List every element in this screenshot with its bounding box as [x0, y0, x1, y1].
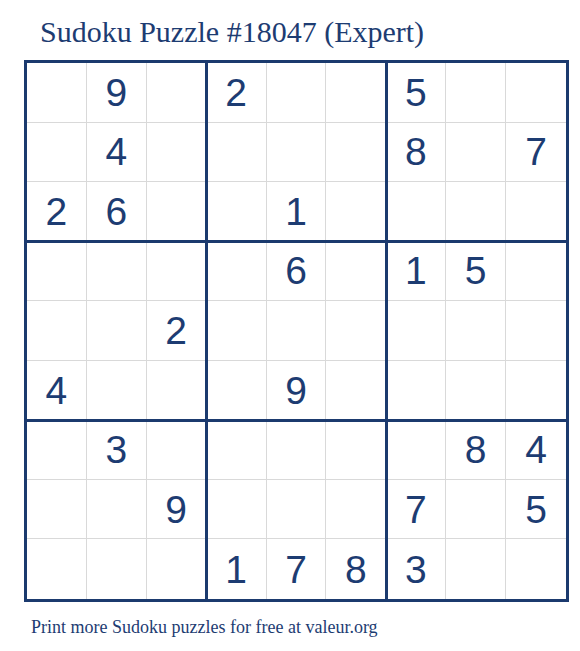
cell-r8c9[interactable]: 5 [506, 480, 566, 540]
given-digit: 8 [465, 430, 487, 469]
cell-r5c5[interactable] [267, 301, 327, 361]
cell-r2c4[interactable] [207, 123, 267, 183]
cell-r4c8[interactable]: 5 [446, 242, 506, 302]
cell-r9c5[interactable]: 7 [267, 539, 327, 599]
cell-r4c4[interactable] [207, 242, 267, 302]
given-digit: 1 [225, 550, 247, 589]
cell-r2c7[interactable]: 8 [386, 123, 446, 183]
cell-r4c7[interactable]: 1 [386, 242, 446, 302]
cell-r2c5[interactable] [267, 123, 327, 183]
given-digit: 5 [405, 73, 427, 112]
cell-r5c9[interactable] [506, 301, 566, 361]
cell-r4c9[interactable] [506, 242, 566, 302]
cell-r5c6[interactable] [326, 301, 386, 361]
given-digit: 9 [165, 490, 187, 529]
cell-r5c2[interactable] [87, 301, 147, 361]
cell-r9c7[interactable]: 3 [386, 539, 446, 599]
given-digit: 1 [285, 192, 307, 231]
cell-r1c8[interactable] [446, 63, 506, 123]
cell-r1c2[interactable]: 9 [87, 63, 147, 123]
given-digit: 3 [405, 550, 427, 589]
cell-r4c1[interactable] [27, 242, 87, 302]
cell-r8c4[interactable] [207, 480, 267, 540]
cell-r1c4[interactable]: 2 [207, 63, 267, 123]
cell-r1c1[interactable] [27, 63, 87, 123]
cell-r6c7[interactable] [386, 361, 446, 421]
cell-r7c1[interactable] [27, 420, 87, 480]
cell-r4c3[interactable] [147, 242, 207, 302]
cell-r3c5[interactable]: 1 [267, 182, 327, 242]
cell-r3c9[interactable] [506, 182, 566, 242]
cell-r6c6[interactable] [326, 361, 386, 421]
given-digit: 5 [525, 490, 547, 529]
cell-r9c9[interactable] [506, 539, 566, 599]
given-digit: 7 [285, 550, 307, 589]
cell-r9c8[interactable] [446, 539, 506, 599]
cell-r2c6[interactable] [326, 123, 386, 183]
given-digit: 4 [46, 371, 68, 410]
cell-r9c3[interactable] [147, 539, 207, 599]
cell-r5c3[interactable]: 2 [147, 301, 207, 361]
cell-r5c8[interactable] [446, 301, 506, 361]
cell-r7c3[interactable] [147, 420, 207, 480]
cell-r3c7[interactable] [386, 182, 446, 242]
cell-r3c3[interactable] [147, 182, 207, 242]
cell-r8c6[interactable] [326, 480, 386, 540]
given-digit: 9 [105, 73, 127, 112]
cell-r3c1[interactable]: 2 [27, 182, 87, 242]
given-digit: 7 [525, 132, 547, 171]
cell-r7c4[interactable] [207, 420, 267, 480]
cell-r5c7[interactable] [386, 301, 446, 361]
cell-r7c7[interactable] [386, 420, 446, 480]
cell-r2c1[interactable] [27, 123, 87, 183]
given-digit: 8 [345, 550, 367, 589]
cell-r7c2[interactable]: 3 [87, 420, 147, 480]
cell-r8c3[interactable]: 9 [147, 480, 207, 540]
cell-r3c4[interactable] [207, 182, 267, 242]
page-title: Sudoku Puzzle #18047 (Expert) [40, 15, 424, 49]
cell-r9c2[interactable] [87, 539, 147, 599]
cell-r2c8[interactable] [446, 123, 506, 183]
cell-r7c5[interactable] [267, 420, 327, 480]
given-digit: 5 [465, 251, 487, 290]
cell-r1c6[interactable] [326, 63, 386, 123]
cell-r8c8[interactable] [446, 480, 506, 540]
cell-r6c1[interactable]: 4 [27, 361, 87, 421]
sudoku-page: Sudoku Puzzle #18047 (Expert) 9254872616… [0, 0, 580, 651]
cell-r6c3[interactable] [147, 361, 207, 421]
given-digit: 6 [285, 251, 307, 290]
cell-r6c2[interactable] [87, 361, 147, 421]
cell-r6c5[interactable]: 9 [267, 361, 327, 421]
cell-r8c5[interactable] [267, 480, 327, 540]
cell-r1c9[interactable] [506, 63, 566, 123]
cell-r5c4[interactable] [207, 301, 267, 361]
given-digit: 3 [105, 430, 127, 469]
given-digit: 2 [165, 311, 187, 350]
given-digit: 8 [405, 132, 427, 171]
cell-r6c8[interactable] [446, 361, 506, 421]
given-digit: 6 [105, 192, 127, 231]
cell-r8c7[interactable]: 7 [386, 480, 446, 540]
cell-r4c5[interactable]: 6 [267, 242, 327, 302]
given-digit: 9 [285, 371, 307, 410]
footer-text: Print more Sudoku puzzles for free at va… [31, 617, 378, 638]
cell-r3c6[interactable] [326, 182, 386, 242]
cell-r4c2[interactable] [87, 242, 147, 302]
given-digit: 2 [225, 73, 247, 112]
cell-r9c6[interactable]: 8 [326, 539, 386, 599]
cell-r7c9[interactable]: 4 [506, 420, 566, 480]
given-digit: 4 [525, 430, 547, 469]
cell-r9c4[interactable]: 1 [207, 539, 267, 599]
cell-r5c1[interactable] [27, 301, 87, 361]
cell-r8c2[interactable] [87, 480, 147, 540]
cell-r6c4[interactable] [207, 361, 267, 421]
given-digit: 4 [105, 132, 127, 171]
cell-r7c8[interactable]: 8 [446, 420, 506, 480]
cell-r1c7[interactable]: 5 [386, 63, 446, 123]
cell-r2c3[interactable] [147, 123, 207, 183]
given-digit: 2 [46, 192, 68, 231]
cell-r3c2[interactable]: 6 [87, 182, 147, 242]
cell-r2c9[interactable]: 7 [506, 123, 566, 183]
cell-r9c1[interactable] [27, 539, 87, 599]
given-digit: 7 [405, 490, 427, 529]
cell-r6c9[interactable] [506, 361, 566, 421]
given-digit: 1 [405, 251, 427, 290]
sudoku-board: 9254872616152493849751783 [24, 60, 569, 602]
cell-r3c8[interactable] [446, 182, 506, 242]
cell-r8c1[interactable] [27, 480, 87, 540]
cell-r1c3[interactable] [147, 63, 207, 123]
cell-r2c2[interactable]: 4 [87, 123, 147, 183]
cell-r1c5[interactable] [267, 63, 327, 123]
cell-r4c6[interactable] [326, 242, 386, 302]
cell-r7c6[interactable] [326, 420, 386, 480]
